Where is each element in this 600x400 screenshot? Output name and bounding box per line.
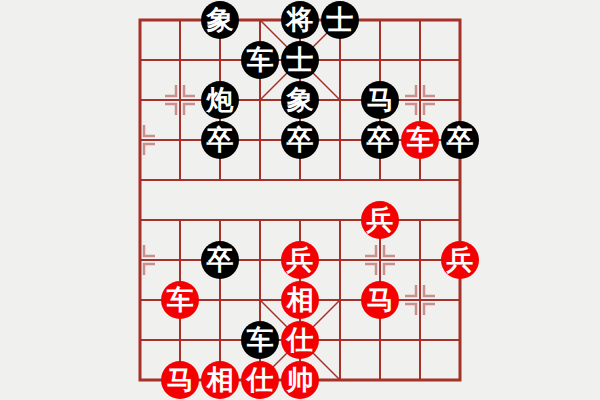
piece-red-horse[interactable]: 马 [361,281,399,319]
board-point-7-2[interactable] [400,80,440,120]
board-point-5-6[interactable] [320,240,360,280]
piece-black-horse[interactable]: 马 [361,81,399,119]
piece-black-pawn[interactable]: 卒 [281,121,319,159]
board-point-4-5[interactable] [280,200,320,240]
board-point-0-3[interactable] [120,120,160,160]
board-point-3-3[interactable] [240,120,280,160]
piece-red-chariot[interactable]: 车 [161,281,199,319]
board-point-5-4[interactable] [320,160,360,200]
board-point-8-8[interactable] [440,320,480,360]
board-point-3-5[interactable] [240,200,280,240]
piece-black-chariot[interactable]: 车 [241,41,279,79]
piece-black-pawn[interactable]: 卒 [201,121,239,159]
board-point-7-5[interactable] [400,200,440,240]
piece-red-pawn[interactable]: 兵 [281,241,319,279]
board-point-8-2[interactable] [440,80,480,120]
piece-black-elephant[interactable]: 象 [201,1,239,39]
board-point-6-4[interactable] [360,160,400,200]
board-point-7-0[interactable] [400,0,440,40]
board-point-5-1[interactable] [320,40,360,80]
piece-black-advisor[interactable]: 士 [281,41,319,79]
board-point-1-1[interactable] [160,40,200,80]
board-point-6-0[interactable] [360,0,400,40]
board-point-0-6[interactable] [120,240,160,280]
board-point-1-9[interactable]: 马 [160,360,200,400]
board-point-8-6[interactable]: 兵 [440,240,480,280]
piece-black-cannon[interactable]: 炮 [201,81,239,119]
board-point-6-7[interactable]: 马 [360,280,400,320]
board-point-3-6[interactable] [240,240,280,280]
board-point-5-0[interactable]: 士 [320,0,360,40]
board-point-8-7[interactable] [440,280,480,320]
board-point-3-9[interactable]: 仕 [240,360,280,400]
board-point-2-4[interactable] [200,160,240,200]
board-point-4-3[interactable]: 卒 [280,120,320,160]
board-point-6-6[interactable] [360,240,400,280]
piece-black-pawn[interactable]: 卒 [441,121,479,159]
board-point-6-3[interactable]: 卒 [360,120,400,160]
piece-red-elephant[interactable]: 相 [281,281,319,319]
board-point-2-3[interactable]: 卒 [200,120,240,160]
board-point-8-5[interactable] [440,200,480,240]
board-point-1-3[interactable] [160,120,200,160]
board-point-2-5[interactable] [200,200,240,240]
board-point-3-2[interactable] [240,80,280,120]
piece-red-horse[interactable]: 马 [161,361,199,399]
piece-black-general[interactable]: 将 [281,1,319,39]
piece-red-pawn[interactable]: 兵 [441,241,479,279]
board-point-0-8[interactable] [120,320,160,360]
board-point-0-4[interactable] [120,160,160,200]
board-point-4-7[interactable]: 相 [280,280,320,320]
board-point-4-6[interactable]: 兵 [280,240,320,280]
board-point-1-2[interactable] [160,80,200,120]
board-point-4-8[interactable]: 仕 [280,320,320,360]
piece-red-advisor[interactable]: 仕 [241,361,279,399]
board-point-1-5[interactable] [160,200,200,240]
board-point-1-7[interactable]: 车 [160,280,200,320]
board-point-5-3[interactable] [320,120,360,160]
board-point-3-7[interactable] [240,280,280,320]
board-point-6-5[interactable]: 兵 [360,200,400,240]
board-point-0-5[interactable] [120,200,160,240]
board-grid: 象将士车士炮象马卒卒卒车卒兵卒兵兵车相马车仕马相仕帅 [120,0,480,400]
board-point-5-2[interactable] [320,80,360,120]
piece-red-advisor[interactable]: 仕 [281,321,319,359]
board-point-1-4[interactable] [160,160,200,200]
board-point-8-0[interactable] [440,0,480,40]
board-point-0-1[interactable] [120,40,160,80]
board-point-8-1[interactable] [440,40,480,80]
board-point-2-7[interactable] [200,280,240,320]
board-point-5-9[interactable] [320,360,360,400]
board-point-1-8[interactable] [160,320,200,360]
board-point-0-0[interactable] [120,0,160,40]
piece-red-general[interactable]: 帅 [281,361,319,399]
board-point-4-0[interactable]: 将 [280,0,320,40]
board-point-5-5[interactable] [320,200,360,240]
board-point-1-0[interactable] [160,0,200,40]
board-point-7-3[interactable]: 车 [400,120,440,160]
piece-black-advisor[interactable]: 士 [321,1,359,39]
board-point-4-1[interactable]: 士 [280,40,320,80]
board-point-6-9[interactable] [360,360,400,400]
board-point-3-8[interactable]: 车 [240,320,280,360]
piece-red-pawn[interactable]: 兵 [361,201,399,239]
board-point-5-7[interactable] [320,280,360,320]
board-point-7-6[interactable] [400,240,440,280]
board-point-1-6[interactable] [160,240,200,280]
board-point-4-9[interactable]: 帅 [280,360,320,400]
piece-black-elephant[interactable]: 象 [281,81,319,119]
xiangqi-board: 象将士车士炮象马卒卒卒车卒兵卒兵兵车相马车仕马相仕帅 [0,0,600,400]
board-point-0-7[interactable] [120,280,160,320]
board-point-6-1[interactable] [360,40,400,80]
board-point-0-9[interactable] [120,360,160,400]
board-point-3-4[interactable] [240,160,280,200]
board-point-2-0[interactable]: 象 [200,0,240,40]
board-point-2-9[interactable]: 相 [200,360,240,400]
board-point-8-9[interactable] [440,360,480,400]
board-point-2-2[interactable]: 炮 [200,80,240,120]
piece-red-chariot[interactable]: 车 [401,121,439,159]
board-point-2-6[interactable]: 卒 [200,240,240,280]
piece-red-elephant[interactable]: 相 [201,361,239,399]
board-point-5-8[interactable] [320,320,360,360]
board-point-8-4[interactable] [440,160,480,200]
board-point-7-7[interactable] [400,280,440,320]
board-point-7-8[interactable] [400,320,440,360]
board-point-2-8[interactable] [200,320,240,360]
piece-black-pawn[interactable]: 卒 [361,121,399,159]
board-point-7-1[interactable] [400,40,440,80]
board-point-2-1[interactable] [200,40,240,80]
board-point-0-2[interactable] [120,80,160,120]
board-point-3-0[interactable] [240,0,280,40]
board-point-7-4[interactable] [400,160,440,200]
board-point-4-2[interactable]: 象 [280,80,320,120]
piece-black-pawn[interactable]: 卒 [201,241,239,279]
board-point-7-9[interactable] [400,360,440,400]
board-point-6-2[interactable]: 马 [360,80,400,120]
board-point-6-8[interactable] [360,320,400,360]
piece-black-chariot[interactable]: 车 [241,321,279,359]
board-point-4-4[interactable] [280,160,320,200]
board-point-8-3[interactable]: 卒 [440,120,480,160]
board-point-3-1[interactable]: 车 [240,40,280,80]
